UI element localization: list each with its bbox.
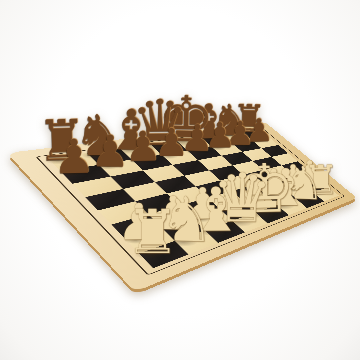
product-photo-scene: ♜♞♝♛♚♝♞♜♟♟♟♟♟♟♟♟♟♟♟♟♟♟♟♟♜♞♝♛♚♝♞♜ [0, 0, 360, 360]
board-surface [7, 122, 357, 292]
chess-board: ♜♞♝♛♚♝♞♜♟♟♟♟♟♟♟♟♟♟♟♟♟♟♟♟♜♞♝♛♚♝♞♜ [0, 0, 360, 360]
